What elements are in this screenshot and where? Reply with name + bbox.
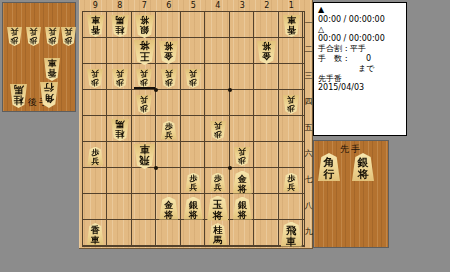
square-2五[interactable] [255,116,280,142]
square-6七[interactable] [157,168,182,194]
square-3一[interactable] [230,12,255,38]
piece-6八-金将-sente[interactable]: 金将 [159,197,178,220]
square-6四[interactable] [157,90,182,116]
hand-piece-gote-歩兵[interactable]: 歩兵 [61,27,76,46]
square-3五[interactable] [230,116,255,142]
file-label-1: 1 [279,1,304,11]
square-7五[interactable] [132,116,157,142]
file-label-6: 6 [157,1,182,11]
piece-3七-金将-sente[interactable]: 金将 [233,171,252,194]
file-label-3: 3 [230,1,255,11]
square-9七[interactable] [83,168,108,194]
rank-label-七: 七 [304,174,313,185]
square-5四[interactable] [181,90,206,116]
piece-4九-桂馬-sente[interactable]: 桂馬 [209,223,227,245]
square-2一[interactable] [255,12,280,38]
piece-9六-歩兵-sente[interactable]: 歩兵 [87,147,103,166]
rank-label-一: 一 [304,18,313,29]
square-6一[interactable] [157,12,182,38]
square-2九[interactable] [255,220,280,246]
hand-piece-gote-角行[interactable]: 角行 [40,82,58,108]
square-8四[interactable] [108,90,133,116]
square-4六[interactable] [206,142,231,168]
hoshi-dot [228,166,232,170]
square-4一[interactable] [206,12,231,38]
square-9二[interactable] [83,38,108,64]
square-6六[interactable] [157,142,182,168]
square-4四[interactable] [206,90,231,116]
info-sente-mark: ▲ [318,5,406,15]
info-turn-indicator: 先手番 [318,74,406,84]
hoshi-dot [154,166,158,170]
gote-stand: 後手 歩兵歩兵歩兵歩兵香車桂馬角行 [2,2,76,112]
square-1二[interactable] [279,38,304,64]
piece-9九-香車-sente[interactable]: 香車 [87,223,104,245]
square-1八[interactable] [279,194,304,220]
square-5五[interactable] [181,116,206,142]
rank-label-九: 九 [304,226,313,237]
square-5九[interactable] [181,220,206,246]
hand-piece-sente-角行[interactable]: 角行 [318,153,340,181]
sente-stand-label: 先手 [314,143,388,156]
rank-label-五: 五 [304,122,313,133]
info-move-count: 手 数： 0 [318,54,406,64]
square-8七[interactable] [108,168,133,194]
square-2八[interactable] [255,194,280,220]
rank-label-三: 三 [304,70,313,81]
hoshi-dot [228,88,232,92]
piece-1九-飛車-sente[interactable]: 飛車 [281,222,302,247]
info-handicap: 手合割：平手 [318,44,406,54]
square-1五[interactable] [279,116,304,142]
square-1六[interactable] [279,142,304,168]
square-2三[interactable] [255,64,280,90]
hand-piece-gote-桂馬[interactable]: 桂馬 [10,84,27,108]
square-2四[interactable] [255,90,280,116]
info-made-label: まで [318,64,406,74]
game-info-panel: ▲00:00 / 00:00:00△00:00 / 00:00:00手合割：平手… [313,2,407,136]
square-9四[interactable] [83,90,108,116]
square-3二[interactable] [230,38,255,64]
square-5二[interactable] [181,38,206,64]
piece-1七-歩兵-sente[interactable]: 歩兵 [283,173,299,192]
piece-5七-歩兵-sente[interactable]: 歩兵 [185,173,201,192]
square-7九[interactable] [132,220,157,246]
square-2六[interactable] [255,142,280,168]
square-7八[interactable] [132,194,157,220]
square-7七[interactable] [132,168,157,194]
piece-5八-銀将-sente[interactable]: 銀将 [184,197,203,220]
piece-4七-歩兵-sente[interactable]: 歩兵 [210,173,226,192]
square-8九[interactable] [108,220,133,246]
square-4三[interactable] [206,64,231,90]
rank-label-六: 六 [304,148,313,159]
square-6九[interactable] [157,220,182,246]
hand-piece-sente-銀将[interactable]: 銀将 [352,153,374,181]
square-3三[interactable] [230,64,255,90]
square-5一[interactable] [181,12,206,38]
file-label-8: 8 [108,1,133,11]
square-2七[interactable] [255,168,280,194]
square-9八[interactable] [83,194,108,220]
shogi-board: 987654321一二三四五六七八九香車桂馬銀将香車王将金将金将歩兵歩兵歩兵歩兵… [79,0,313,249]
file-label-7: 7 [132,1,157,11]
shogi-app-window: 後手 歩兵歩兵歩兵歩兵香車桂馬角行 987654321一二三四五六七八九香車桂馬… [0,0,450,272]
rank-label-八: 八 [304,200,313,211]
hand-piece-gote-歩兵[interactable]: 歩兵 [26,27,41,46]
hand-piece-gote-香車[interactable]: 香車 [44,58,60,81]
last-move-marker [134,87,155,89]
sente-stand: 先手 角行銀将 [313,140,389,248]
file-label-4: 4 [206,1,231,11]
info-date: 2015/04/03 [318,83,406,93]
hoshi-dot [154,88,158,92]
piece-4八-玉将-sente[interactable]: 玉将 [207,196,228,221]
square-8二[interactable] [108,38,133,64]
hand-piece-gote-歩兵[interactable]: 歩兵 [7,27,22,46]
piece-6五-歩兵-sente[interactable]: 歩兵 [161,121,177,140]
square-4二[interactable] [206,38,231,64]
square-5六[interactable] [181,142,206,168]
square-8六[interactable] [108,142,133,168]
square-8八[interactable] [108,194,133,220]
rank-label-四: 四 [304,96,313,107]
square-3九[interactable] [230,220,255,246]
info-gote-clock: 00:00 / 00:00:00 [318,34,406,44]
file-label-9: 9 [83,1,108,11]
hand-piece-gote-歩兵[interactable]: 歩兵 [45,27,60,46]
square-3四[interactable] [230,90,255,116]
file-label-5: 5 [181,1,206,11]
piece-3八-銀将-sente[interactable]: 銀将 [233,197,252,220]
square-1三[interactable] [279,64,304,90]
info-gote-mark: △ [318,25,406,35]
info-sente-clock: 00:00 / 00:00:00 [318,15,406,25]
rank-label-二: 二 [304,44,313,55]
square-9五[interactable] [83,116,108,142]
file-label-2: 2 [255,1,280,11]
